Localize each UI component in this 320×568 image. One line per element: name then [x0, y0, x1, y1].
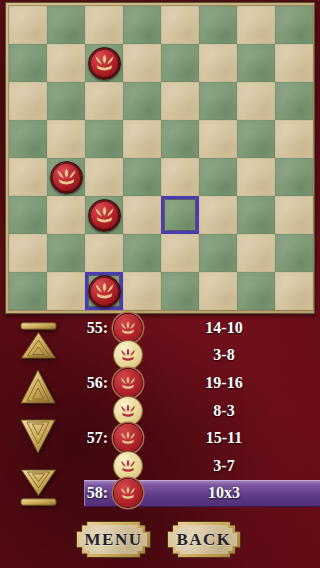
move-list: 55: 14-10 3-8 56: 19-16 8-3 57: 15-11 3-… — [84, 314, 320, 507]
board-square[interactable] — [161, 120, 199, 158]
move-text: 3-7 — [142, 457, 320, 475]
move-row[interactable]: 57: 15-11 — [84, 424, 320, 452]
board-square[interactable] — [237, 120, 275, 158]
move-row[interactable]: 56: 19-16 — [84, 369, 320, 397]
board-square[interactable] — [47, 272, 85, 310]
crown-icon — [94, 206, 115, 224]
board-square[interactable] — [9, 158, 47, 196]
board-square[interactable] — [47, 82, 85, 120]
move-text: 14-10 — [142, 319, 320, 337]
crown-icon — [120, 459, 136, 473]
next-move-button[interactable] — [19, 419, 57, 454]
board-square[interactable] — [275, 196, 313, 234]
board-square[interactable] — [47, 196, 85, 234]
board-square[interactable] — [275, 234, 313, 272]
board-square[interactable] — [275, 120, 313, 158]
board-square[interactable] — [199, 272, 237, 310]
board-square[interactable] — [275, 158, 313, 196]
board-square[interactable] — [275, 44, 313, 82]
red-king-piece[interactable] — [50, 161, 83, 194]
board-square[interactable] — [123, 82, 161, 120]
board-square[interactable] — [85, 234, 123, 272]
board-square[interactable] — [85, 6, 123, 44]
back-button[interactable]: BACK — [167, 521, 241, 558]
board-square[interactable] — [85, 196, 123, 234]
crown-icon — [120, 404, 136, 418]
move-text: 19-16 — [142, 374, 320, 392]
board-square[interactable] — [123, 6, 161, 44]
white-king-icon — [114, 397, 142, 425]
board-square[interactable] — [161, 158, 199, 196]
crown-icon — [56, 168, 77, 186]
board-square[interactable] — [199, 120, 237, 158]
board-square[interactable] — [47, 158, 85, 196]
checkers-board-frame — [5, 2, 315, 314]
board-square[interactable] — [85, 44, 123, 82]
board-square[interactable] — [199, 234, 237, 272]
red-king-piece[interactable] — [88, 275, 121, 308]
crown-icon — [120, 431, 136, 445]
board-square[interactable] — [161, 82, 199, 120]
previous-move-button[interactable] — [19, 369, 57, 404]
board-square[interactable] — [237, 196, 275, 234]
crown-icon — [94, 54, 115, 72]
red-king-icon — [114, 479, 142, 507]
board-square[interactable] — [237, 234, 275, 272]
red-king-piece[interactable] — [88, 47, 121, 80]
checkers-app: { "game": { "name": "checkers", "variant… — [0, 0, 320, 568]
menu-button[interactable]: MENU — [76, 521, 151, 558]
board-square[interactable] — [9, 44, 47, 82]
board-square[interactable] — [47, 6, 85, 44]
board-square[interactable] — [237, 6, 275, 44]
step-forward-icon — [20, 419, 56, 454]
board-square[interactable] — [161, 272, 199, 310]
board-square[interactable] — [47, 234, 85, 272]
board-square[interactable] — [161, 6, 199, 44]
board-square[interactable] — [237, 44, 275, 82]
white-king-icon — [114, 341, 142, 369]
board-square[interactable] — [9, 234, 47, 272]
move-row[interactable]: 55: 14-10 — [84, 314, 320, 342]
board-square[interactable] — [9, 6, 47, 44]
move-text: 10x3 — [142, 484, 320, 502]
move-row[interactable]: 58: 10x3 — [84, 480, 320, 508]
move-number: 57: — [84, 429, 108, 447]
board-square[interactable] — [47, 120, 85, 158]
board-square[interactable] — [199, 196, 237, 234]
menu-button-label: MENU — [76, 521, 151, 558]
move-number: 58: — [84, 484, 108, 502]
board-square[interactable] — [161, 196, 199, 234]
board-square[interactable] — [85, 82, 123, 120]
board-square[interactable] — [9, 120, 47, 158]
board-square[interactable] — [123, 120, 161, 158]
board-square[interactable] — [161, 234, 199, 272]
board-square[interactable] — [123, 234, 161, 272]
board-square[interactable] — [85, 158, 123, 196]
board-square[interactable] — [9, 272, 47, 310]
board-square[interactable] — [123, 44, 161, 82]
move-text: 15-11 — [142, 429, 320, 447]
move-row[interactable]: 8-3 — [84, 397, 320, 425]
move-text: 8-3 — [142, 402, 320, 420]
board-square[interactable] — [47, 44, 85, 82]
board-square[interactable] — [237, 158, 275, 196]
first-move-button[interactable] — [19, 322, 57, 359]
red-king-icon — [114, 424, 142, 452]
crown-icon — [94, 282, 115, 300]
crown-icon — [120, 486, 136, 500]
skip-to-start-icon — [20, 322, 57, 359]
last-move-button[interactable] — [19, 469, 57, 506]
crown-icon — [120, 348, 136, 362]
crown-icon — [120, 321, 136, 335]
board-square[interactable] — [123, 196, 161, 234]
back-button-label: BACK — [167, 521, 241, 558]
move-row[interactable]: 3-8 — [84, 342, 320, 370]
checkers-board — [8, 5, 314, 311]
board-square[interactable] — [123, 158, 161, 196]
board-square[interactable] — [275, 82, 313, 120]
board-square[interactable] — [9, 82, 47, 120]
board-square[interactable] — [85, 120, 123, 158]
crown-icon — [120, 376, 136, 390]
white-king-icon — [114, 452, 142, 480]
board-square[interactable] — [275, 272, 313, 310]
red-king-icon — [114, 369, 142, 397]
board-square[interactable] — [237, 82, 275, 120]
step-back-icon — [20, 369, 56, 404]
red-king-piece[interactable] — [88, 199, 121, 232]
move-number: 55: — [84, 319, 108, 337]
board-square[interactable] — [199, 82, 237, 120]
board-square[interactable] — [161, 44, 199, 82]
board-square[interactable] — [275, 6, 313, 44]
board-square[interactable] — [237, 272, 275, 310]
board-square[interactable] — [199, 6, 237, 44]
board-square[interactable] — [123, 272, 161, 310]
move-number: 56: — [84, 374, 108, 392]
move-text: 3-8 — [142, 346, 320, 364]
board-square[interactable] — [85, 272, 123, 310]
board-square[interactable] — [199, 158, 237, 196]
red-king-icon — [114, 314, 142, 342]
skip-to-end-icon — [20, 469, 57, 506]
board-square[interactable] — [199, 44, 237, 82]
move-row[interactable]: 3-7 — [84, 452, 320, 480]
board-square[interactable] — [9, 196, 47, 234]
